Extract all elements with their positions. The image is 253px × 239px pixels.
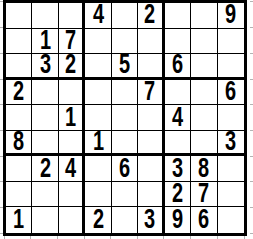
cell-r3c1[interactable] (6, 54, 32, 80)
cell-r4c2[interactable] (32, 80, 58, 106)
gridline-stub (217, 236, 218, 239)
cell-r2c7[interactable] (165, 29, 191, 55)
cell-r2c9[interactable] (218, 29, 244, 55)
cell-r3c5[interactable]: 5 (112, 54, 138, 80)
cell-r7c7[interactable]: 3 (165, 156, 191, 182)
cell-r6c8[interactable] (191, 131, 217, 157)
given-digit: 3 (225, 131, 236, 156)
given-digit: 2 (65, 54, 76, 79)
gridline-stub (57, 236, 58, 239)
given-digit: 6 (119, 156, 130, 182)
given-digit: 7 (65, 29, 76, 55)
gridline-stub (0, 1, 3, 2)
sudoku-board: 42917325627614813246382712396 (3, 0, 247, 236)
cell-r1c6[interactable]: 2 (138, 3, 164, 29)
cell-r5c4[interactable] (85, 105, 111, 131)
cell-r8c7[interactable]: 2 (165, 182, 191, 208)
cell-r4c9[interactable]: 6 (218, 80, 244, 106)
given-digit: 6 (225, 80, 236, 106)
cell-r4c3[interactable] (59, 80, 85, 106)
gridline-stub (110, 236, 111, 239)
cell-r9c3[interactable] (59, 207, 85, 233)
cell-r8c8[interactable]: 7 (191, 182, 217, 208)
gridline-stub (0, 130, 3, 131)
cell-r4c5[interactable] (112, 80, 138, 106)
given-digit: 2 (40, 156, 51, 182)
given-digit: 3 (40, 54, 51, 79)
cell-r9c7[interactable]: 9 (165, 207, 191, 233)
cell-r2c1[interactable] (6, 29, 32, 55)
cell-r8c1[interactable] (6, 182, 32, 208)
cell-r2c4[interactable] (85, 29, 111, 55)
cell-r9c6[interactable]: 3 (138, 207, 164, 233)
gridline-stub (250, 1, 253, 2)
given-digit: 7 (198, 182, 209, 208)
gridline-stub (0, 53, 3, 54)
given-digit: 6 (172, 54, 183, 79)
cell-r6c6[interactable] (138, 131, 164, 157)
cell-r1c7[interactable] (165, 3, 191, 29)
gridline-stub (0, 181, 3, 182)
cell-r2c3[interactable]: 7 (59, 29, 85, 55)
gridline-stub (0, 104, 3, 105)
cell-r5c7[interactable]: 4 (165, 105, 191, 131)
gridline-stub (0, 79, 3, 80)
cell-r6c1[interactable]: 8 (6, 131, 32, 157)
cell-r7c6[interactable] (138, 156, 164, 182)
cell-r2c6[interactable] (138, 29, 164, 55)
cell-r9c1[interactable]: 1 (6, 207, 32, 233)
cell-r6c2[interactable] (32, 131, 58, 157)
gridline-stub (84, 236, 85, 239)
given-digit: 4 (92, 3, 103, 29)
cell-r6c5[interactable] (112, 131, 138, 157)
cell-r3c4[interactable] (85, 54, 111, 80)
cell-r5c1[interactable] (6, 105, 32, 131)
cell-r6c3[interactable] (59, 131, 85, 157)
cell-r9c5[interactable] (112, 207, 138, 233)
cell-r7c9[interactable] (218, 156, 244, 182)
gridline-stub (190, 236, 191, 239)
cell-r8c9[interactable] (218, 182, 244, 208)
cell-r7c2[interactable]: 2 (32, 156, 58, 182)
cell-r8c4[interactable] (85, 182, 111, 208)
cell-r8c5[interactable] (112, 182, 138, 208)
cell-r5c6[interactable] (138, 105, 164, 131)
cell-r6c7[interactable] (165, 131, 191, 157)
cell-r2c8[interactable] (191, 29, 217, 55)
gridline-stub (250, 53, 253, 54)
cell-r9c8[interactable]: 6 (191, 207, 217, 233)
cell-r8c2[interactable] (32, 182, 58, 208)
cell-r5c8[interactable] (191, 105, 217, 131)
cell-r4c1[interactable]: 2 (6, 80, 32, 106)
gridline-stub (30, 236, 31, 239)
given-digit: 7 (144, 80, 155, 106)
cell-r4c6[interactable]: 7 (138, 80, 164, 106)
gridline-stub (250, 130, 253, 131)
given-digit: 8 (198, 156, 209, 182)
cell-r3c6[interactable] (138, 54, 164, 80)
gridline-stub (0, 27, 3, 28)
cell-r5c5[interactable] (112, 105, 138, 131)
cell-r2c2[interactable]: 1 (32, 29, 58, 55)
cell-r2c5[interactable] (112, 29, 138, 55)
cell-r6c4[interactable]: 1 (85, 131, 111, 157)
cell-r8c3[interactable] (59, 182, 85, 208)
given-digit: 8 (13, 131, 24, 156)
cell-r7c3[interactable]: 4 (59, 156, 85, 182)
cell-r4c8[interactable] (191, 80, 217, 106)
cell-r5c3[interactable]: 1 (59, 105, 85, 131)
cell-r8c6[interactable] (138, 182, 164, 208)
cell-r1c1[interactable] (6, 3, 32, 29)
cell-r9c4[interactable]: 2 (85, 207, 111, 233)
given-digit: 2 (172, 182, 183, 208)
cell-r4c7[interactable] (165, 80, 191, 106)
cell-r3c7[interactable]: 6 (165, 54, 191, 80)
gridline-stub (250, 27, 253, 28)
gridline-stub (250, 233, 253, 234)
gridline-stub (244, 236, 245, 239)
gridline-stub (250, 181, 253, 182)
given-digit: 9 (172, 207, 183, 233)
cell-r1c3[interactable] (59, 3, 85, 29)
cell-r1c9[interactable]: 9 (218, 3, 244, 29)
cell-r3c9[interactable] (218, 54, 244, 80)
gridline-stub (250, 79, 253, 80)
cell-r7c5[interactable]: 6 (112, 156, 138, 182)
cell-r7c1[interactable] (6, 156, 32, 182)
cell-r4c4[interactable] (85, 80, 111, 106)
sudoku-screenshot: { "game": "sudoku", "position": { "rows"… (0, 0, 253, 239)
gridline-stub (250, 104, 253, 105)
gridline-stub (0, 233, 3, 234)
gridline-stub (0, 207, 3, 208)
given-digit: 1 (65, 105, 76, 131)
cell-r1c8[interactable] (191, 3, 217, 29)
given-digit: 4 (172, 105, 183, 131)
gridline-stub (250, 156, 253, 157)
cell-r5c2[interactable] (32, 105, 58, 131)
cell-r6c9[interactable]: 3 (218, 131, 244, 157)
cell-r1c4[interactable]: 4 (85, 3, 111, 29)
cell-r7c4[interactable] (85, 156, 111, 182)
gridline-stub (250, 207, 253, 208)
given-digit: 5 (119, 54, 130, 79)
given-digit: 6 (198, 207, 209, 233)
given-digit: 1 (40, 29, 51, 55)
cell-r9c9[interactable] (218, 207, 244, 233)
gridline-stub (137, 236, 138, 239)
cell-r7c8[interactable]: 8 (191, 156, 217, 182)
given-digit: 3 (144, 207, 155, 233)
given-digit: 4 (65, 156, 76, 182)
cell-r5c9[interactable] (218, 105, 244, 131)
given-digit: 1 (13, 207, 24, 233)
cell-r3c8[interactable] (191, 54, 217, 80)
given-digit: 9 (225, 3, 236, 29)
cell-r3c3[interactable]: 2 (59, 54, 85, 80)
cell-r1c5[interactable] (112, 3, 138, 29)
gridline-stub (0, 156, 3, 157)
given-digit: 2 (144, 3, 155, 29)
given-digit: 3 (172, 156, 183, 182)
given-digit: 2 (92, 207, 103, 233)
cell-r3c2[interactable]: 3 (32, 54, 58, 80)
cell-r9c2[interactable] (32, 207, 58, 233)
given-digit: 1 (92, 131, 103, 156)
gridline-stub (4, 236, 5, 239)
cell-r1c2[interactable] (32, 3, 58, 29)
given-digit: 2 (13, 80, 24, 106)
gridline-stub (163, 236, 164, 239)
